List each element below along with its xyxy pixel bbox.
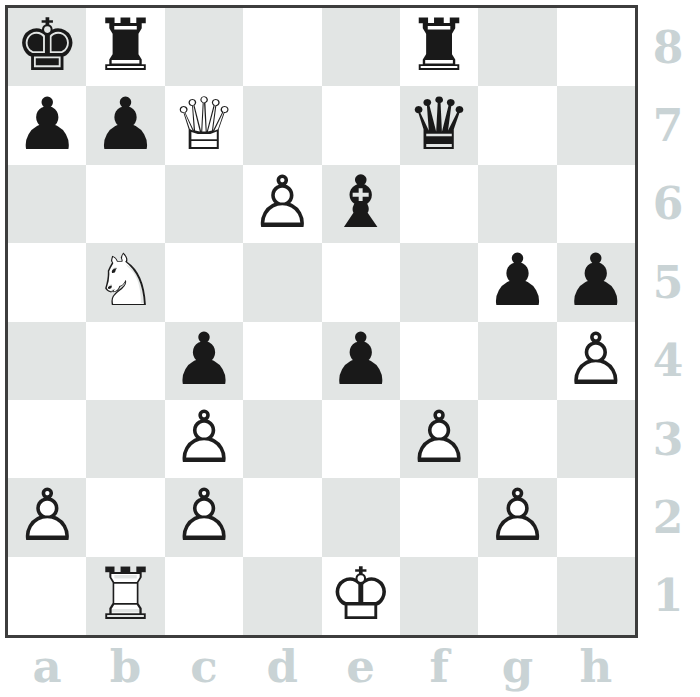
square-e6: ♝ [322, 165, 400, 243]
square-f4 [400, 322, 478, 400]
piece-white-pawn: ♙ [165, 476, 243, 554]
piece-black-rook: ♜ [86, 6, 164, 84]
white-rook-fill: ♜ [86, 555, 164, 633]
square-f7: ♛ [400, 86, 478, 164]
piece-white-pawn: ♙ [8, 476, 86, 554]
file-label-f: f [400, 636, 478, 697]
square-h3 [557, 400, 635, 478]
piece-white-rook: ♖ [86, 555, 164, 633]
file-label-h: h [557, 636, 635, 697]
square-f5 [400, 243, 478, 321]
square-b3 [86, 400, 164, 478]
square-a3 [8, 400, 86, 478]
square-g7 [478, 86, 556, 164]
square-g1 [478, 557, 556, 635]
square-h5: ♟ [557, 243, 635, 321]
piece-black-pawn: ♟ [478, 241, 556, 319]
white-pawn-fill: ♟ [243, 163, 321, 241]
square-h8 [557, 8, 635, 86]
piece-white-pawn: ♙ [557, 320, 635, 398]
square-c8 [165, 8, 243, 86]
square-d2 [243, 478, 321, 556]
piece-black-queen: ♛ [400, 84, 478, 162]
square-d5 [243, 243, 321, 321]
square-e5 [322, 243, 400, 321]
square-f1 [400, 557, 478, 635]
chess-board: ♚♜♜♟♟♛♕♛♟♙♝♞♘♟♟♟♟♟♙♟♙♟♙♟♙♟♙♟♙♜♖♚♔ [5, 5, 638, 638]
piece-black-pawn: ♟ [165, 320, 243, 398]
square-h4: ♟♙ [557, 322, 635, 400]
square-e2 [322, 478, 400, 556]
file-label-g: g [478, 636, 556, 697]
square-b8: ♜ [86, 8, 164, 86]
square-b6 [86, 165, 164, 243]
square-f6 [400, 165, 478, 243]
square-a6 [8, 165, 86, 243]
square-c6 [165, 165, 243, 243]
white-queen-fill: ♛ [165, 84, 243, 162]
piece-white-knight: ♘ [86, 241, 164, 319]
square-b2 [86, 478, 164, 556]
piece-black-king: ♚ [8, 6, 86, 84]
piece-white-pawn: ♙ [478, 476, 556, 554]
square-a7: ♟ [8, 86, 86, 164]
square-d6: ♟♙ [243, 165, 321, 243]
square-h1 [557, 557, 635, 635]
white-pawn-fill: ♟ [165, 476, 243, 554]
piece-white-king: ♔ [322, 555, 400, 633]
square-b5: ♞♘ [86, 243, 164, 321]
square-e4: ♟ [322, 322, 400, 400]
white-knight-fill: ♞ [86, 241, 164, 319]
square-e1: ♚♔ [322, 557, 400, 635]
square-d7 [243, 86, 321, 164]
square-d1 [243, 557, 321, 635]
piece-black-pawn: ♟ [322, 320, 400, 398]
rank-labels: 87654321 [638, 8, 698, 635]
square-e3 [322, 400, 400, 478]
square-c5 [165, 243, 243, 321]
square-h6 [557, 165, 635, 243]
square-h2 [557, 478, 635, 556]
white-pawn-fill: ♟ [165, 398, 243, 476]
file-label-b: b [86, 636, 164, 697]
file-label-e: e [322, 636, 400, 697]
square-d8 [243, 8, 321, 86]
white-king-fill: ♚ [322, 555, 400, 633]
square-h7 [557, 86, 635, 164]
rank-label-4: 4 [638, 322, 698, 400]
square-a5 [8, 243, 86, 321]
white-pawn-fill: ♟ [8, 476, 86, 554]
rank-label-5: 5 [638, 243, 698, 321]
square-g2: ♟♙ [478, 478, 556, 556]
square-b1: ♜♖ [86, 557, 164, 635]
square-f8: ♜ [400, 8, 478, 86]
chess-diagram: ♚♜♜♟♟♛♕♛♟♙♝♞♘♟♟♟♟♟♙♟♙♟♙♟♙♟♙♟♙♜♖♚♔ 876543… [0, 0, 700, 697]
square-g4 [478, 322, 556, 400]
file-label-c: c [165, 636, 243, 697]
square-f2 [400, 478, 478, 556]
file-labels: abcdefgh [8, 636, 635, 697]
piece-white-queen: ♕ [165, 84, 243, 162]
square-b4 [86, 322, 164, 400]
white-pawn-fill: ♟ [557, 320, 635, 398]
square-c2: ♟♙ [165, 478, 243, 556]
rank-label-8: 8 [638, 8, 698, 86]
piece-black-pawn: ♟ [8, 84, 86, 162]
white-pawn-fill: ♟ [400, 398, 478, 476]
square-c1 [165, 557, 243, 635]
square-a4 [8, 322, 86, 400]
rank-label-6: 6 [638, 165, 698, 243]
square-g3 [478, 400, 556, 478]
piece-black-bishop: ♝ [322, 163, 400, 241]
square-g6 [478, 165, 556, 243]
rank-label-2: 2 [638, 478, 698, 556]
square-d3 [243, 400, 321, 478]
piece-white-pawn: ♙ [243, 163, 321, 241]
square-e7 [322, 86, 400, 164]
square-b7: ♟ [86, 86, 164, 164]
square-c7: ♛♕ [165, 86, 243, 164]
piece-black-pawn: ♟ [86, 84, 164, 162]
file-label-a: a [8, 636, 86, 697]
square-a8: ♚ [8, 8, 86, 86]
square-f3: ♟♙ [400, 400, 478, 478]
piece-black-pawn: ♟ [557, 241, 635, 319]
square-e8 [322, 8, 400, 86]
square-d4 [243, 322, 321, 400]
piece-white-pawn: ♙ [165, 398, 243, 476]
piece-white-pawn: ♙ [400, 398, 478, 476]
rank-label-1: 1 [638, 557, 698, 635]
square-c4: ♟ [165, 322, 243, 400]
square-a1 [8, 557, 86, 635]
file-label-d: d [243, 636, 321, 697]
square-g8 [478, 8, 556, 86]
piece-black-rook: ♜ [400, 6, 478, 84]
rank-label-3: 3 [638, 400, 698, 478]
square-a2: ♟♙ [8, 478, 86, 556]
square-c3: ♟♙ [165, 400, 243, 478]
rank-label-7: 7 [638, 86, 698, 164]
white-pawn-fill: ♟ [478, 476, 556, 554]
square-g5: ♟ [478, 243, 556, 321]
